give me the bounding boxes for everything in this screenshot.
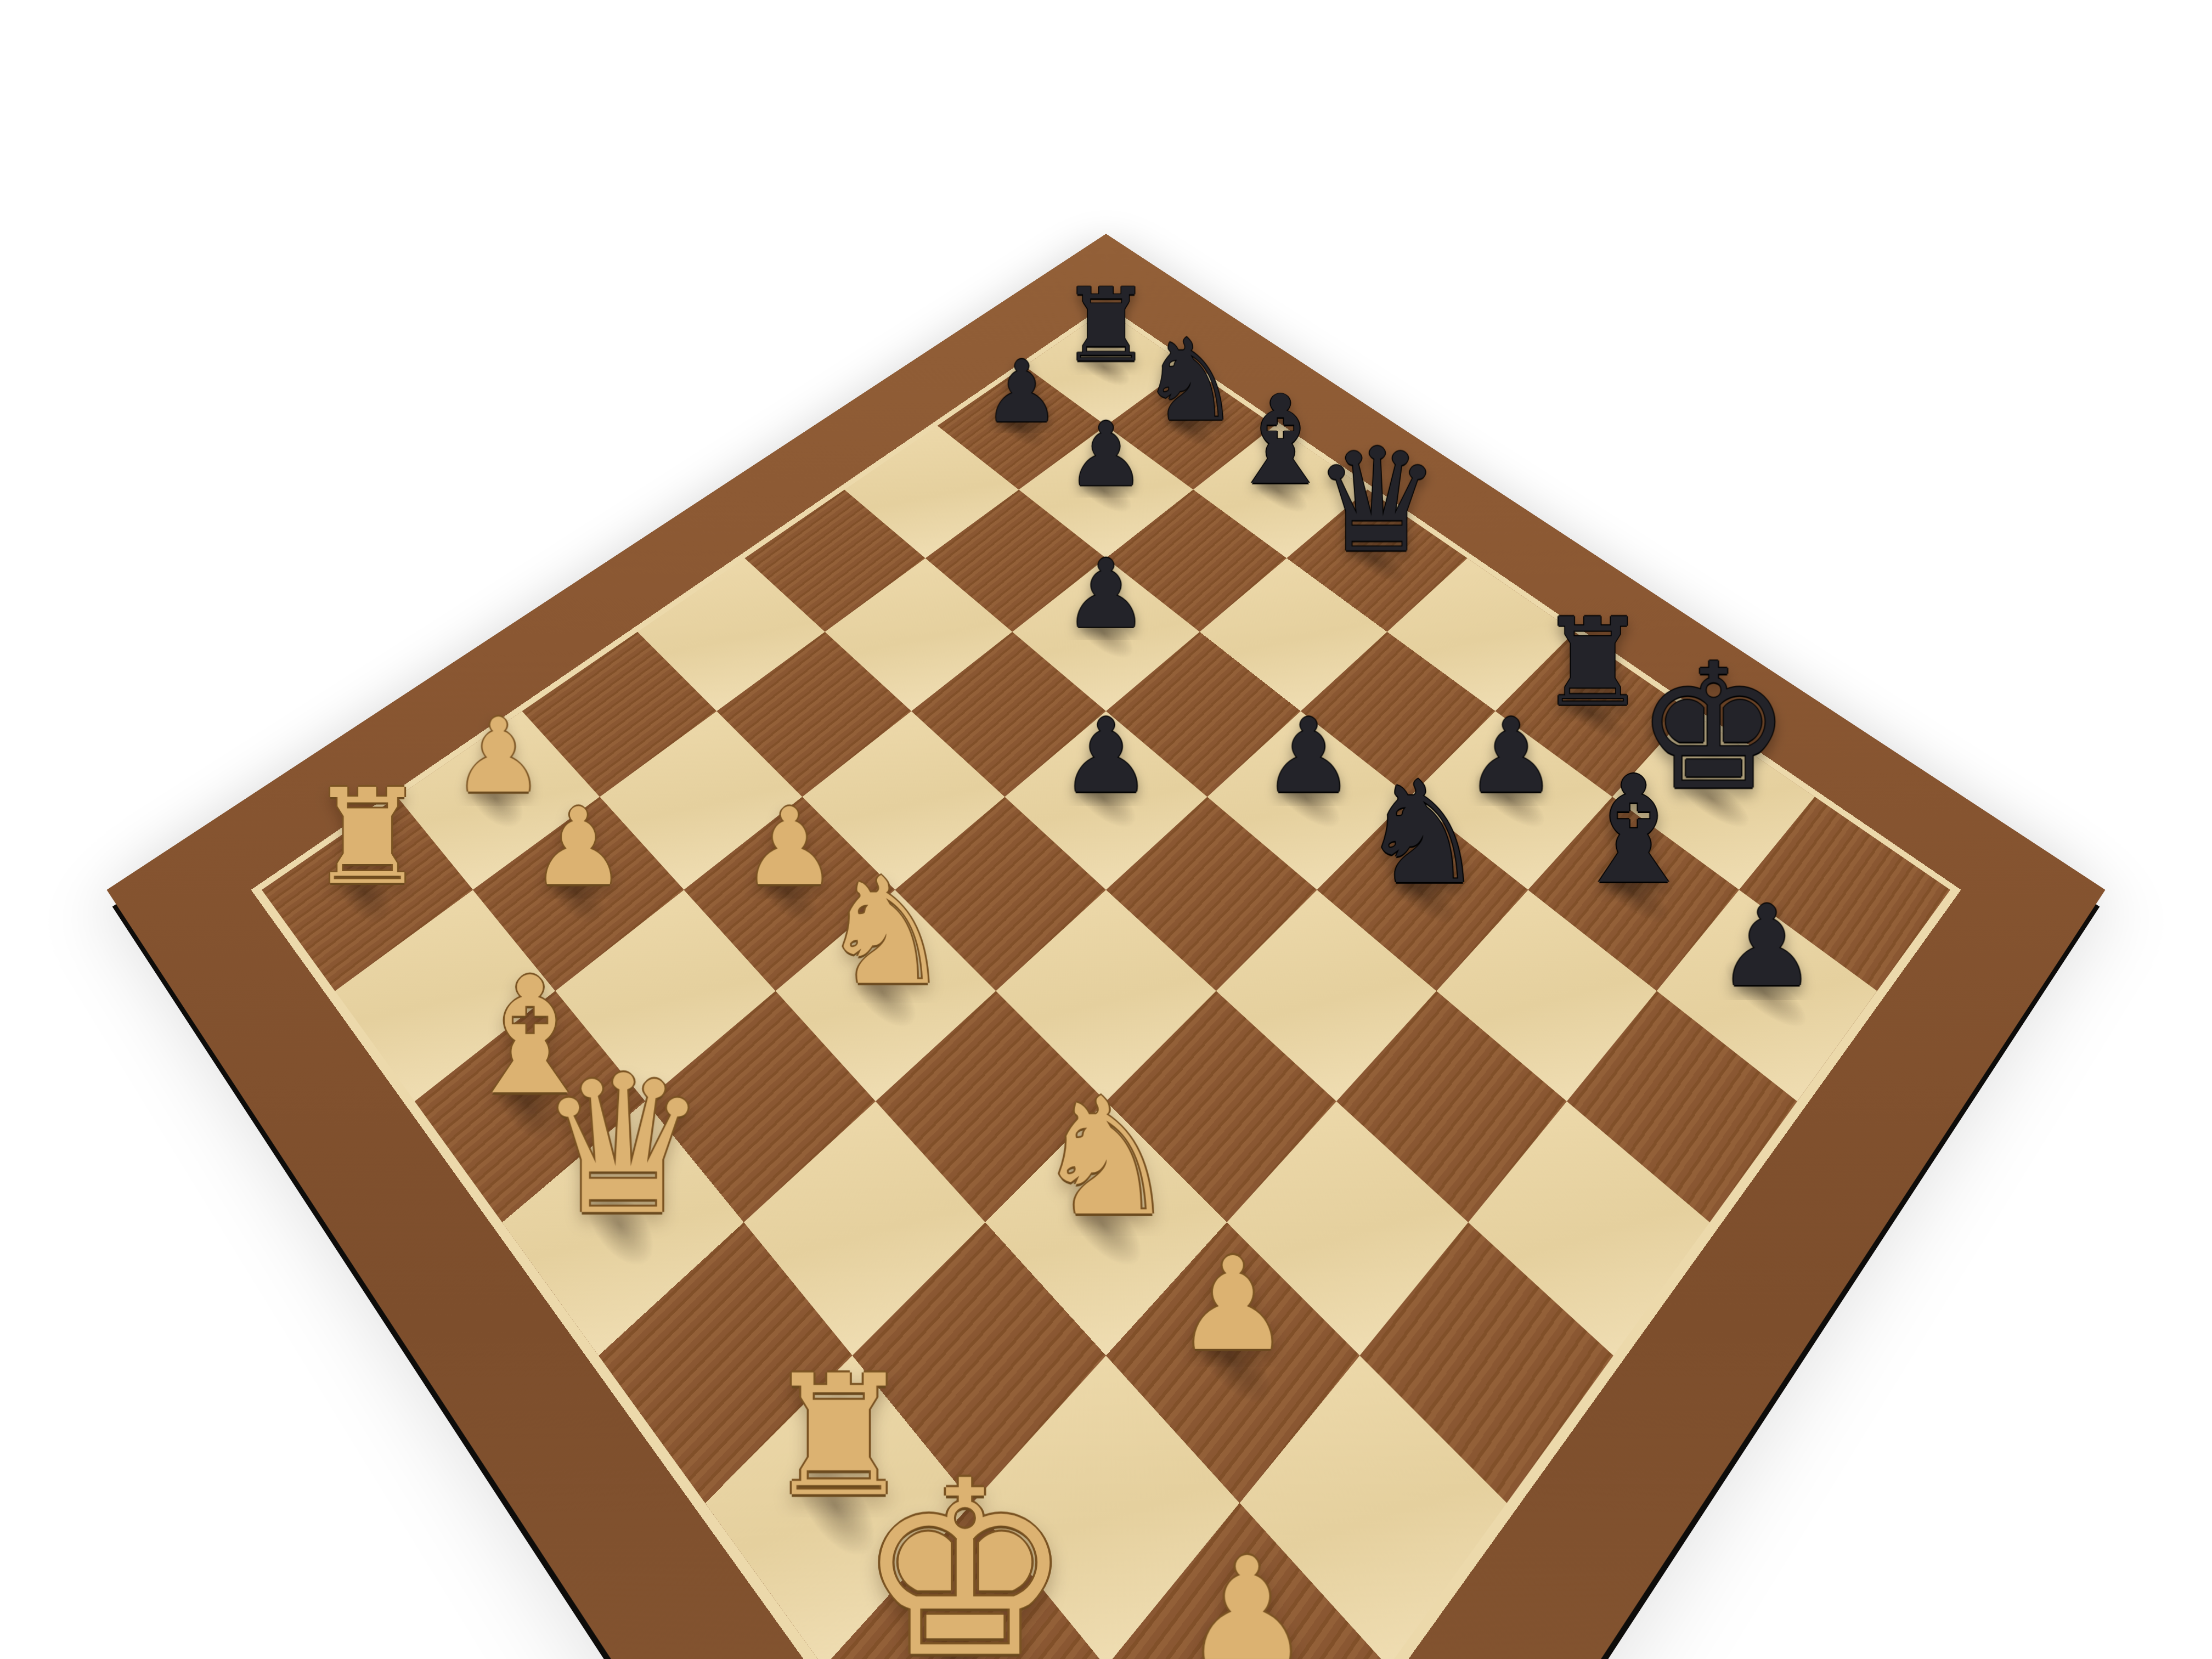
queen-glyph: ♛: [537, 1050, 709, 1242]
pawn-glyph: ♟: [1175, 1240, 1290, 1368]
pawn-glyph: ♟: [984, 349, 1060, 435]
knight-glyph: ♞: [1034, 1076, 1179, 1238]
pawn-glyph: ♟: [1063, 546, 1148, 641]
chess-board: ♜♞♝♛♜♚♟♟♟♝♟♟♟♞♟♟♞♞♟♟♟♟♜♝♛♜♚: [106, 234, 2105, 1659]
rook-glyph: ♜: [308, 771, 426, 903]
board-tilt-wrapper: ♜♞♝♛♜♚♟♟♟♝♟♟♟♞♟♟♞♞♟♟♟♟♜♝♛♜♚: [106, 234, 2105, 1659]
pawn-glyph: ♟: [1183, 1538, 1311, 1659]
pawn-glyph: ♟: [1060, 704, 1152, 807]
pawn-glyph: ♟: [1262, 704, 1355, 807]
king-glyph: ♚: [856, 1449, 1074, 1659]
rook-glyph: ♜: [1060, 274, 1152, 376]
square-a1[interactable]: ♜: [262, 797, 473, 991]
bishop-glyph: ♝: [1567, 757, 1700, 905]
pawn-glyph: ♟: [1717, 890, 1817, 1002]
board-playing-field: ♜♞♝♛♜♚♟♟♟♝♟♟♟♞♟♟♞♞♟♟♟♟♜♝♛♜♚: [251, 304, 1961, 1659]
pawn-glyph: ♟: [1066, 410, 1145, 499]
knight-glyph: ♞: [1359, 763, 1486, 904]
knight-glyph: ♞: [820, 858, 952, 1006]
square-g1[interactable]: ♚: [824, 1503, 1106, 1659]
chess-photo-scene: ♜♞♝♛♜♚♟♟♟♝♟♟♟♞♟♟♞♞♟♟♟♟♜♝♛♜♚: [0, 0, 2212, 1659]
queen-glyph: ♛: [1313, 429, 1441, 572]
pawn-glyph: ♟: [531, 794, 627, 901]
